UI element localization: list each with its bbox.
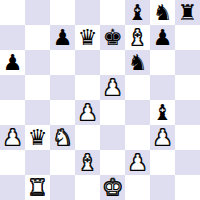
square-h4[interactable] [175, 100, 200, 125]
square-d1[interactable] [75, 175, 100, 200]
white-bishop: ♝ [78, 150, 98, 175]
square-a2[interactable] [0, 150, 25, 175]
black-bishop: ♝ [153, 100, 173, 125]
square-c8[interactable] [50, 0, 75, 25]
square-c4[interactable] [50, 100, 75, 125]
square-b3[interactable]: ♛ [25, 125, 50, 150]
square-g4[interactable]: ♝ [150, 100, 175, 125]
black-rook: ♜ [178, 0, 198, 25]
square-g1[interactable] [150, 175, 175, 200]
square-f5[interactable] [125, 75, 150, 100]
square-e3[interactable] [100, 125, 125, 150]
black-pawn: ♟ [3, 50, 23, 75]
white-knight: ♞ [53, 125, 73, 150]
square-b2[interactable] [25, 150, 50, 175]
square-c6[interactable] [50, 50, 75, 75]
square-a8[interactable] [0, 0, 25, 25]
white-bishop: ♝ [128, 25, 148, 50]
square-g3[interactable]: ♟ [150, 125, 175, 150]
square-e1[interactable]: ♚ [100, 175, 125, 200]
black-knight: ♞ [153, 0, 173, 25]
square-c1[interactable] [50, 175, 75, 200]
square-a1[interactable] [0, 175, 25, 200]
square-e2[interactable] [100, 150, 125, 175]
square-b4[interactable] [25, 100, 50, 125]
black-knight: ♞ [128, 50, 148, 75]
square-h1[interactable] [175, 175, 200, 200]
white-pawn: ♟ [153, 125, 173, 150]
white-pawn: ♟ [3, 125, 23, 150]
square-a6[interactable]: ♟ [0, 50, 25, 75]
square-g7[interactable]: ♟ [150, 25, 175, 50]
square-h7[interactable] [175, 25, 200, 50]
square-h5[interactable] [175, 75, 200, 100]
square-f2[interactable]: ♟ [125, 150, 150, 175]
square-d2[interactable]: ♝ [75, 150, 100, 175]
square-c7[interactable]: ♟ [50, 25, 75, 50]
square-b8[interactable] [25, 0, 50, 25]
black-pawn: ♟ [153, 25, 173, 50]
square-e4[interactable] [100, 100, 125, 125]
square-d3[interactable] [75, 125, 100, 150]
square-d7[interactable]: ♛ [75, 25, 100, 50]
black-queen: ♛ [78, 25, 98, 50]
white-pawn: ♟ [103, 75, 123, 100]
square-e6[interactable] [100, 50, 125, 75]
square-d6[interactable] [75, 50, 100, 75]
chess-board: ♝♞♜♟♛♚♝♟♟♞♟♟♝♟♛♞♟♝♟♜♚ [0, 0, 200, 200]
square-b7[interactable] [25, 25, 50, 50]
square-a3[interactable]: ♟ [0, 125, 25, 150]
square-a4[interactable] [0, 100, 25, 125]
square-b5[interactable] [25, 75, 50, 100]
square-g5[interactable] [150, 75, 175, 100]
white-pawn: ♟ [78, 100, 98, 125]
square-f4[interactable] [125, 100, 150, 125]
white-king: ♚ [103, 175, 123, 200]
square-e5[interactable]: ♟ [100, 75, 125, 100]
square-d5[interactable] [75, 75, 100, 100]
black-bishop: ♝ [128, 0, 148, 25]
square-e7[interactable]: ♚ [100, 25, 125, 50]
square-e8[interactable] [100, 0, 125, 25]
square-f8[interactable]: ♝ [125, 0, 150, 25]
square-f1[interactable] [125, 175, 150, 200]
square-h2[interactable] [175, 150, 200, 175]
white-rook: ♜ [28, 175, 48, 200]
square-a5[interactable] [0, 75, 25, 100]
square-b6[interactable] [25, 50, 50, 75]
square-c2[interactable] [50, 150, 75, 175]
square-c5[interactable] [50, 75, 75, 100]
white-pawn: ♟ [128, 150, 148, 175]
square-g2[interactable] [150, 150, 175, 175]
square-f3[interactable] [125, 125, 150, 150]
square-g8[interactable]: ♞ [150, 0, 175, 25]
black-pawn: ♟ [53, 25, 73, 50]
square-h6[interactable] [175, 50, 200, 75]
square-h8[interactable]: ♜ [175, 0, 200, 25]
black-queen: ♛ [28, 125, 48, 150]
square-f6[interactable]: ♞ [125, 50, 150, 75]
square-a7[interactable] [0, 25, 25, 50]
square-d4[interactable]: ♟ [75, 100, 100, 125]
square-f7[interactable]: ♝ [125, 25, 150, 50]
square-c3[interactable]: ♞ [50, 125, 75, 150]
square-b1[interactable]: ♜ [25, 175, 50, 200]
square-h3[interactable] [175, 125, 200, 150]
black-king: ♚ [103, 25, 123, 50]
square-d8[interactable] [75, 0, 100, 25]
square-g6[interactable] [150, 50, 175, 75]
